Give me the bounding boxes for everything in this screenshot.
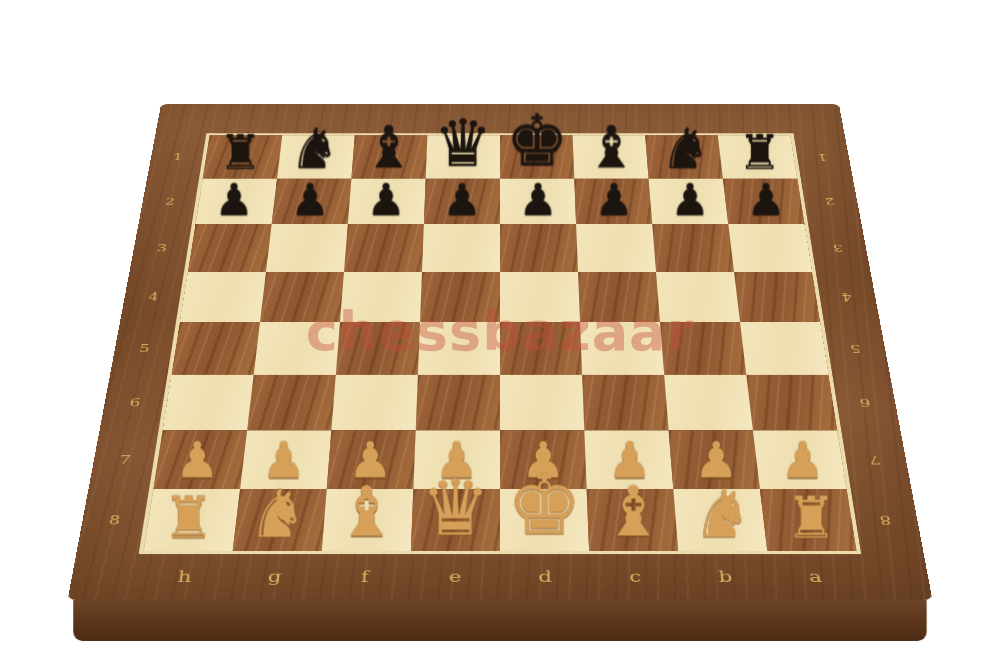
piece-white-queen: ♛ bbox=[421, 469, 491, 547]
piece-white-pawn: ♟ bbox=[434, 436, 479, 486]
square-c3 bbox=[576, 224, 656, 272]
piece-black-pawn: ♟ bbox=[290, 178, 329, 222]
rank-label-left-6: 6 bbox=[129, 396, 142, 409]
square-h6 bbox=[163, 375, 254, 431]
square-f6 bbox=[331, 375, 418, 431]
square-e8: ♛ bbox=[411, 489, 500, 551]
square-h8: ♜ bbox=[144, 489, 240, 551]
file-label-bottom-g: g bbox=[267, 567, 282, 585]
piece-white-knight: ♞ bbox=[248, 480, 308, 547]
rank-label-right-8: 8 bbox=[879, 512, 893, 527]
square-g2: ♟ bbox=[272, 179, 352, 224]
square-h3 bbox=[188, 224, 272, 272]
square-f2: ♟ bbox=[348, 179, 426, 224]
piece-black-pawn: ♟ bbox=[518, 178, 557, 222]
piece-white-rook: ♜ bbox=[785, 489, 837, 547]
square-f7: ♟ bbox=[327, 430, 416, 489]
square-a7: ♟ bbox=[753, 430, 847, 489]
piece-black-king: ♚ bbox=[505, 105, 568, 175]
piece-white-knight: ♞ bbox=[692, 480, 752, 547]
square-b7: ♟ bbox=[669, 430, 760, 489]
square-d2: ♟ bbox=[500, 179, 576, 224]
square-c1: ♝ bbox=[573, 135, 649, 178]
square-a2: ♟ bbox=[723, 179, 805, 224]
rank-label-left-7: 7 bbox=[118, 452, 131, 466]
square-g1: ♞ bbox=[277, 135, 355, 178]
rank-label-right-1: 1 bbox=[817, 152, 828, 162]
square-b1: ♞ bbox=[645, 135, 723, 178]
piece-white-rook: ♜ bbox=[163, 489, 215, 547]
square-d1: ♚ bbox=[500, 135, 574, 178]
file-label-bottom-a: a bbox=[808, 567, 823, 585]
rank-label-right-6: 6 bbox=[859, 396, 872, 409]
square-f8: ♝ bbox=[322, 489, 414, 551]
piece-white-pawn: ♟ bbox=[348, 436, 393, 486]
rank-label-right-3: 3 bbox=[832, 242, 844, 253]
square-e2: ♟ bbox=[424, 179, 500, 224]
square-e6 bbox=[416, 375, 500, 431]
square-c8: ♝ bbox=[587, 489, 679, 551]
rank-label-right-4: 4 bbox=[841, 291, 853, 303]
square-d6 bbox=[500, 375, 584, 431]
piece-black-bishop: ♝ bbox=[586, 118, 638, 176]
square-c6 bbox=[582, 375, 669, 431]
square-h5 bbox=[172, 322, 260, 375]
rank-label-left-5: 5 bbox=[138, 342, 151, 355]
square-g8: ♞ bbox=[233, 489, 327, 551]
square-g3 bbox=[266, 224, 348, 272]
board-front-edge bbox=[73, 600, 927, 641]
file-label-bottom-e: e bbox=[448, 567, 461, 585]
rank-label-left-1: 1 bbox=[172, 152, 183, 162]
file-label-bottom-h: h bbox=[176, 567, 192, 585]
file-label-bottom-f: f bbox=[360, 567, 369, 585]
square-f3 bbox=[344, 224, 424, 272]
piece-black-bishop: ♝ bbox=[363, 118, 415, 176]
square-a3 bbox=[728, 224, 812, 272]
square-h4 bbox=[180, 272, 266, 322]
square-g6 bbox=[247, 375, 336, 431]
rank-label-right-7: 7 bbox=[868, 452, 881, 466]
square-e3 bbox=[422, 224, 500, 272]
piece-black-queen: ♛ bbox=[434, 111, 492, 176]
square-a6 bbox=[746, 375, 837, 431]
square-a4 bbox=[734, 272, 820, 322]
square-h7: ♟ bbox=[153, 430, 247, 489]
square-b3 bbox=[652, 224, 734, 272]
piece-white-pawn: ♟ bbox=[607, 436, 652, 486]
square-a5 bbox=[740, 322, 828, 375]
square-d8: ♚ bbox=[500, 489, 589, 551]
file-label-bottom-d: d bbox=[538, 567, 552, 585]
piece-black-pawn: ♟ bbox=[442, 178, 481, 222]
square-b6 bbox=[664, 375, 753, 431]
square-b2: ♟ bbox=[649, 179, 729, 224]
square-d7: ♟ bbox=[500, 430, 587, 489]
piece-black-knight: ♞ bbox=[661, 120, 711, 176]
piece-white-pawn: ♟ bbox=[694, 436, 739, 486]
square-e1: ♛ bbox=[426, 135, 500, 178]
rank-label-left-4: 4 bbox=[147, 291, 159, 303]
file-label-bottom-c: c bbox=[629, 567, 642, 585]
square-a1: ♜ bbox=[718, 135, 797, 178]
square-h2: ♟ bbox=[196, 179, 278, 224]
piece-black-rook: ♜ bbox=[738, 128, 781, 176]
file-label-bottom-b: b bbox=[718, 567, 733, 585]
square-e7: ♟ bbox=[413, 430, 500, 489]
piece-black-pawn: ♟ bbox=[214, 178, 253, 222]
piece-black-rook: ♜ bbox=[219, 128, 262, 176]
piece-black-pawn: ♟ bbox=[594, 178, 633, 222]
square-g7: ♟ bbox=[240, 430, 331, 489]
square-d3 bbox=[500, 224, 578, 272]
square-h1: ♜ bbox=[203, 135, 282, 178]
square-c7: ♟ bbox=[584, 430, 673, 489]
square-c2: ♟ bbox=[574, 179, 652, 224]
square-f1: ♝ bbox=[351, 135, 427, 178]
square-a8: ♜ bbox=[760, 489, 856, 551]
product-photo-scene: ♜♞♝♛♚♝♞♜♟♟♟♟♟♟♟♟♟♟♟♟♟♟♟♟♜♞♝♛♚♝♞♜ 1234567… bbox=[0, 0, 1000, 667]
piece-black-knight: ♞ bbox=[290, 120, 340, 176]
piece-white-pawn: ♟ bbox=[780, 436, 825, 486]
piece-white-pawn: ♟ bbox=[175, 436, 220, 486]
rank-label-right-2: 2 bbox=[824, 196, 835, 207]
rank-label-right-5: 5 bbox=[849, 342, 862, 355]
piece-black-pawn: ♟ bbox=[746, 178, 785, 222]
piece-white-pawn: ♟ bbox=[261, 436, 306, 486]
rank-label-left-2: 2 bbox=[164, 196, 175, 207]
rank-label-left-3: 3 bbox=[156, 242, 168, 253]
rank-label-left-8: 8 bbox=[108, 512, 122, 527]
watermark: chessbazaar bbox=[306, 300, 694, 363]
piece-white-bishop: ♝ bbox=[336, 478, 398, 547]
square-b8: ♞ bbox=[673, 489, 767, 551]
piece-white-bishop: ♝ bbox=[603, 478, 665, 547]
piece-white-pawn: ♟ bbox=[521, 436, 566, 486]
piece-black-pawn: ♟ bbox=[366, 178, 405, 222]
piece-black-pawn: ♟ bbox=[670, 178, 709, 222]
